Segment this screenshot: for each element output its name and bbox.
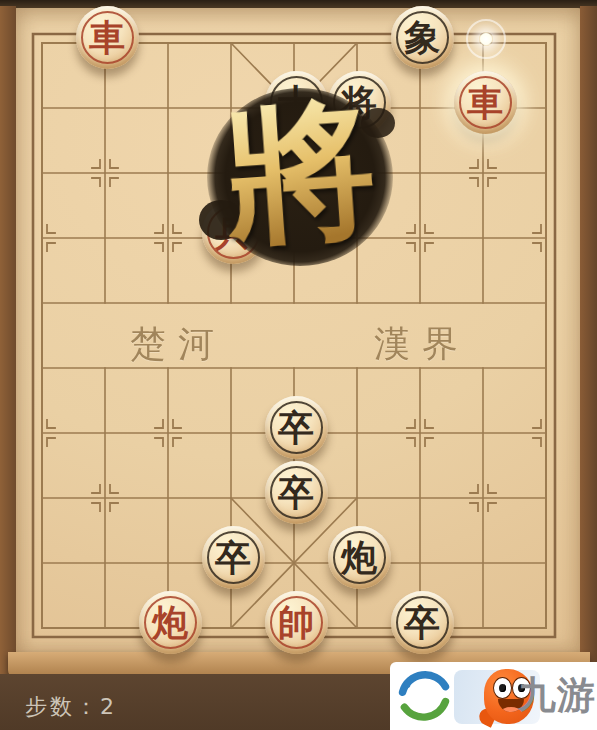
piece-red-chariot-b[interactable]: 車 <box>454 71 517 134</box>
move-counter-label: 步数： <box>25 694 100 719</box>
mascot-left-eye <box>493 677 512 699</box>
piece-black-soldier-a[interactable]: 卒 <box>265 396 328 459</box>
game-screen: 楚河 漢界 車象士将車兵卒卒卒炮炮帥卒 將 步数：2 九游 <box>0 0 597 730</box>
piece-red-chariot-a[interactable]: 車 <box>76 6 139 69</box>
piece-black-soldier-b[interactable]: 卒 <box>265 461 328 524</box>
check-announcement-text: 將 <box>220 91 380 251</box>
piece-black-soldier-d[interactable]: 卒 <box>391 591 454 654</box>
piece-black-elephant[interactable]: 象 <box>391 6 454 69</box>
check-announcement-blob: 將 <box>207 88 393 266</box>
last-move-sparkle-effect <box>479 32 493 46</box>
brand-text: 九游 <box>518 670 596 721</box>
move-counter-value: 2 <box>100 694 117 719</box>
river-label-chu: 楚河 <box>130 320 226 369</box>
piece-red-cannon[interactable]: 炮 <box>139 591 202 654</box>
watermark-bar: 九游 <box>390 662 597 730</box>
piece-red-general[interactable]: 帥 <box>265 591 328 654</box>
piece-black-cannon[interactable]: 炮 <box>328 526 391 589</box>
river-label-han: 漢界 <box>374 320 470 369</box>
move-counter: 步数：2 <box>25 692 117 722</box>
piece-black-soldier-c[interactable]: 卒 <box>202 526 265 589</box>
globe-logo-icon <box>396 668 452 724</box>
